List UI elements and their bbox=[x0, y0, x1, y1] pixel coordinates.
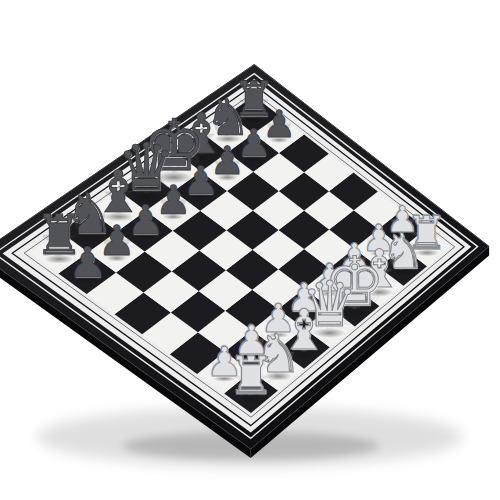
chess-set-product-photo: ♜♜♞♞♟♟♝♝♟♟♚♚♟♟♛♛♟♟♟♟♝♝♟♟♟♟♞♞♜♜♟♟♟♟♜♜♞♞♟♟… bbox=[0, 0, 500, 500]
chess-board bbox=[0, 0, 500, 500]
